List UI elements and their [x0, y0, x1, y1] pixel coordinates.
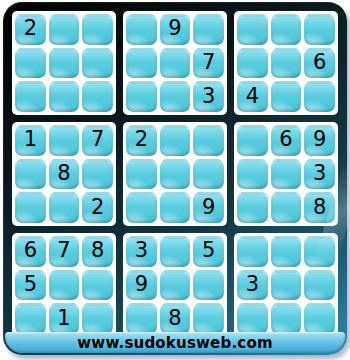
sudoku-board-frame: 29736417822969386785135983 www.sudokuswe… [3, 2, 347, 355]
cell-r4c5[interactable] [160, 125, 191, 156]
cell-r6c8[interactable] [271, 192, 302, 223]
cell-r8c7[interactable]: 3 [237, 270, 268, 301]
cell-r9c2[interactable]: 1 [49, 303, 80, 334]
cell-r4c6[interactable] [193, 125, 224, 156]
cell-r4c7[interactable] [237, 125, 268, 156]
cell-r4c1[interactable]: 1 [15, 125, 46, 156]
cell-r4c2[interactable] [49, 125, 80, 156]
cell-r2c7[interactable] [237, 48, 268, 79]
cell-r1c8[interactable] [271, 14, 302, 45]
cell-r8c3[interactable] [82, 270, 113, 301]
cell-r8c6[interactable] [193, 270, 224, 301]
cell-r3c2[interactable] [49, 81, 80, 112]
cell-r9c5[interactable]: 8 [160, 303, 191, 334]
cell-r5c8[interactable] [271, 159, 302, 190]
cell-r5c3[interactable] [82, 159, 113, 190]
box-r1c1: 2 [12, 11, 116, 115]
cell-r6c2[interactable] [49, 192, 80, 223]
cell-r8c8[interactable] [271, 270, 302, 301]
box-r2c1: 1782 [12, 122, 116, 226]
cell-r6c6[interactable]: 9 [193, 192, 224, 223]
cell-r4c3[interactable]: 7 [82, 125, 113, 156]
cell-r4c4[interactable]: 2 [126, 125, 157, 156]
cell-r2c6[interactable]: 7 [193, 48, 224, 79]
cell-r1c6[interactable] [193, 14, 224, 45]
cell-r2c4[interactable] [126, 48, 157, 79]
cell-r5c5[interactable] [160, 159, 191, 190]
cell-r6c9[interactable]: 8 [304, 192, 335, 223]
cell-r3c6[interactable]: 3 [193, 81, 224, 112]
cell-r3c4[interactable] [126, 81, 157, 112]
cell-r3c8[interactable] [271, 81, 302, 112]
box-r1c3: 64 [234, 11, 338, 115]
cell-r4c9[interactable]: 9 [304, 125, 335, 156]
cell-r7c3[interactable]: 8 [82, 236, 113, 267]
cell-r2c5[interactable] [160, 48, 191, 79]
cell-r9c6[interactable] [193, 303, 224, 334]
cell-r9c9[interactable] [304, 303, 335, 334]
cell-r5c6[interactable] [193, 159, 224, 190]
cell-r5c2[interactable]: 8 [49, 159, 80, 190]
cell-r7c9[interactable] [304, 236, 335, 267]
box-r3c3: 3 [234, 233, 338, 337]
box-r3c2: 3598 [123, 233, 227, 337]
box-r1c2: 973 [123, 11, 227, 115]
cell-r9c7[interactable] [237, 303, 268, 334]
cell-r7c4[interactable]: 3 [126, 236, 157, 267]
cell-r7c7[interactable] [237, 236, 268, 267]
cell-r1c2[interactable] [49, 14, 80, 45]
cell-r8c9[interactable] [304, 270, 335, 301]
cell-r9c8[interactable] [271, 303, 302, 334]
cell-r4c8[interactable]: 6 [271, 125, 302, 156]
box-r2c3: 6938 [234, 122, 338, 226]
cell-r8c1[interactable]: 5 [15, 270, 46, 301]
cell-r1c5[interactable]: 9 [160, 14, 191, 45]
sudoku-page: 29736417822969386785135983 www.sudokuswe… [0, 0, 350, 360]
cell-r8c4[interactable]: 9 [126, 270, 157, 301]
cell-r1c3[interactable] [82, 14, 113, 45]
cell-r5c1[interactable] [15, 159, 46, 190]
cell-r7c5[interactable] [160, 236, 191, 267]
cell-r7c8[interactable] [271, 236, 302, 267]
cell-r5c7[interactable] [237, 159, 268, 190]
cell-r9c1[interactable] [15, 303, 46, 334]
cell-r7c6[interactable]: 5 [193, 236, 224, 267]
cell-r9c3[interactable] [82, 303, 113, 334]
cell-r7c1[interactable]: 6 [15, 236, 46, 267]
cell-r3c9[interactable] [304, 81, 335, 112]
cell-r2c3[interactable] [82, 48, 113, 79]
cell-r7c2[interactable]: 7 [49, 236, 80, 267]
box-r2c2: 29 [123, 122, 227, 226]
cell-r6c7[interactable] [237, 192, 268, 223]
box-r3c1: 67851 [12, 233, 116, 337]
cell-r3c7[interactable]: 4 [237, 81, 268, 112]
cell-r2c1[interactable] [15, 48, 46, 79]
cell-r8c5[interactable] [160, 270, 191, 301]
cell-r1c1[interactable]: 2 [15, 14, 46, 45]
cell-r2c2[interactable] [49, 48, 80, 79]
cell-r5c9[interactable]: 3 [304, 159, 335, 190]
cell-r2c9[interactable]: 6 [304, 48, 335, 79]
site-url[interactable]: www.sudokusweb.com [5, 332, 345, 353]
cell-r5c4[interactable] [126, 159, 157, 190]
cell-r2c8[interactable] [271, 48, 302, 79]
cell-r6c3[interactable]: 2 [82, 192, 113, 223]
cell-r9c4[interactable] [126, 303, 157, 334]
cell-r3c1[interactable] [15, 81, 46, 112]
cell-r1c7[interactable] [237, 14, 268, 45]
cell-r1c9[interactable] [304, 14, 335, 45]
cell-r6c5[interactable] [160, 192, 191, 223]
cell-r1c4[interactable] [126, 14, 157, 45]
sudoku-grid: 29736417822969386785135983 [12, 11, 338, 337]
cell-r3c5[interactable] [160, 81, 191, 112]
cell-r6c4[interactable] [126, 192, 157, 223]
cell-r8c2[interactable] [49, 270, 80, 301]
cell-r6c1[interactable] [15, 192, 46, 223]
cell-r3c3[interactable] [82, 81, 113, 112]
